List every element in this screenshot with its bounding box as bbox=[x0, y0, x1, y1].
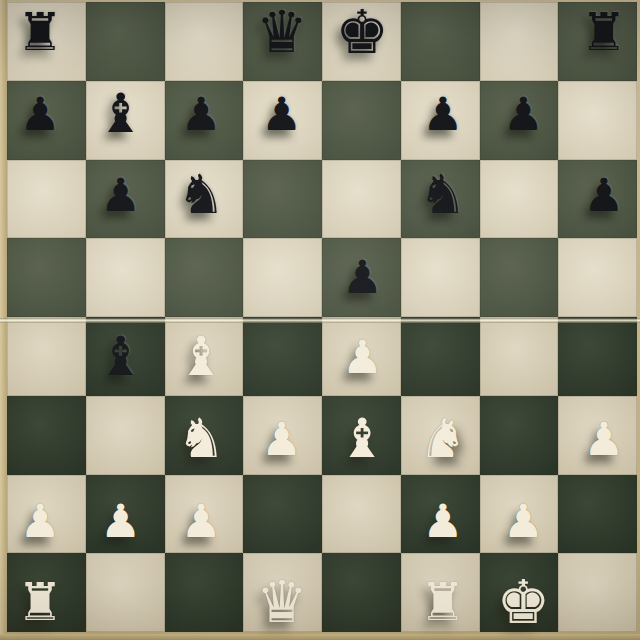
square-a6[interactable] bbox=[7, 160, 86, 239]
square-d7[interactable]: ♟ bbox=[243, 81, 322, 160]
board-fold-seam bbox=[0, 318, 640, 323]
black-rook-h8[interactable]: ♜ bbox=[581, 6, 628, 58]
square-b1[interactable] bbox=[86, 553, 165, 632]
square-c4[interactable]: ♝ bbox=[165, 317, 244, 396]
square-a2[interactable]: ♟ bbox=[7, 475, 86, 554]
square-h1[interactable] bbox=[558, 553, 637, 632]
square-a7[interactable]: ♟ bbox=[7, 81, 86, 160]
square-h2[interactable] bbox=[558, 475, 637, 554]
square-c8[interactable] bbox=[165, 2, 244, 81]
square-d2[interactable] bbox=[243, 475, 322, 554]
square-d1[interactable]: ♛ bbox=[243, 553, 322, 632]
black-pawn-g7[interactable]: ♟ bbox=[503, 91, 544, 137]
white-queen-d1[interactable]: ♛ bbox=[256, 573, 308, 631]
black-bishop-b4[interactable]: ♝ bbox=[96, 331, 144, 385]
square-e2[interactable] bbox=[322, 475, 401, 554]
square-f8[interactable] bbox=[401, 2, 480, 81]
square-b4[interactable]: ♝ bbox=[86, 317, 165, 396]
black-pawn-b6[interactable]: ♟ bbox=[100, 172, 141, 218]
square-h7[interactable] bbox=[558, 81, 637, 160]
white-pawn-e4[interactable]: ♟ bbox=[342, 335, 383, 381]
square-b8[interactable] bbox=[86, 2, 165, 81]
square-e8[interactable]: ♚ bbox=[322, 2, 401, 81]
square-d8[interactable]: ♛ bbox=[243, 2, 322, 81]
square-b5[interactable] bbox=[86, 238, 165, 317]
white-pawn-f2[interactable]: ♟ bbox=[422, 497, 463, 543]
black-pawn-a7[interactable]: ♟ bbox=[19, 91, 60, 137]
square-c2[interactable]: ♟ bbox=[165, 475, 244, 554]
white-king-g1[interactable]: ♚ bbox=[496, 572, 550, 632]
black-king-e8[interactable]: ♚ bbox=[335, 2, 389, 62]
square-g7[interactable]: ♟ bbox=[480, 81, 559, 160]
square-g5[interactable] bbox=[480, 238, 559, 317]
black-pawn-e5[interactable]: ♟ bbox=[342, 253, 383, 299]
square-f2[interactable]: ♟ bbox=[401, 475, 480, 554]
square-g8[interactable] bbox=[480, 2, 559, 81]
white-rook-f1[interactable]: ♜ bbox=[420, 576, 467, 628]
square-g3[interactable] bbox=[480, 396, 559, 475]
square-e4[interactable]: ♟ bbox=[322, 317, 401, 396]
white-pawn-d3[interactable]: ♟ bbox=[261, 416, 302, 462]
square-e1[interactable] bbox=[322, 553, 401, 632]
black-rook-a8[interactable]: ♜ bbox=[17, 6, 64, 58]
square-d3[interactable]: ♟ bbox=[243, 396, 322, 475]
square-f3[interactable]: ♞ bbox=[401, 396, 480, 475]
black-pawn-h6[interactable]: ♟ bbox=[583, 172, 624, 218]
square-c6[interactable]: ♞ bbox=[165, 160, 244, 239]
square-a5[interactable] bbox=[7, 238, 86, 317]
black-bishop-b7[interactable]: ♝ bbox=[96, 87, 144, 141]
white-bishop-e3[interactable]: ♝ bbox=[338, 412, 386, 466]
white-pawn-b2[interactable]: ♟ bbox=[100, 497, 141, 543]
square-g1[interactable]: ♚ bbox=[480, 553, 559, 632]
white-knight-c3[interactable]: ♞ bbox=[177, 412, 225, 466]
square-d4[interactable] bbox=[243, 317, 322, 396]
chess-board: ♜♛♚♜♟♝♟♟♟♟♟♞♞♟♟♝♝♟♞♟♝♞♟♟♟♟♟♟♜♛♜♚ bbox=[7, 2, 637, 632]
white-pawn-c2[interactable]: ♟ bbox=[181, 497, 222, 543]
square-d5[interactable] bbox=[243, 238, 322, 317]
black-pawn-f7[interactable]: ♟ bbox=[422, 91, 463, 137]
black-knight-c6[interactable]: ♞ bbox=[177, 168, 225, 222]
square-d6[interactable] bbox=[243, 160, 322, 239]
square-g4[interactable] bbox=[480, 317, 559, 396]
square-c3[interactable]: ♞ bbox=[165, 396, 244, 475]
black-queen-d8[interactable]: ♛ bbox=[256, 3, 308, 61]
square-f6[interactable]: ♞ bbox=[401, 160, 480, 239]
square-a1[interactable]: ♜ bbox=[7, 553, 86, 632]
square-f4[interactable] bbox=[401, 317, 480, 396]
square-h6[interactable]: ♟ bbox=[558, 160, 637, 239]
square-h5[interactable] bbox=[558, 238, 637, 317]
square-g2[interactable]: ♟ bbox=[480, 475, 559, 554]
square-b7[interactable]: ♝ bbox=[86, 81, 165, 160]
square-h3[interactable]: ♟ bbox=[558, 396, 637, 475]
square-e5[interactable]: ♟ bbox=[322, 238, 401, 317]
square-a8[interactable]: ♜ bbox=[7, 2, 86, 81]
square-f7[interactable]: ♟ bbox=[401, 81, 480, 160]
black-pawn-d7[interactable]: ♟ bbox=[261, 91, 302, 137]
square-a3[interactable] bbox=[7, 396, 86, 475]
white-pawn-h3[interactable]: ♟ bbox=[583, 416, 624, 462]
white-pawn-g2[interactable]: ♟ bbox=[503, 497, 544, 543]
square-h8[interactable]: ♜ bbox=[558, 2, 637, 81]
square-c7[interactable]: ♟ bbox=[165, 81, 244, 160]
square-e6[interactable] bbox=[322, 160, 401, 239]
white-rook-a1[interactable]: ♜ bbox=[17, 576, 64, 628]
square-h4[interactable] bbox=[558, 317, 637, 396]
square-g6[interactable] bbox=[480, 160, 559, 239]
square-f1[interactable]: ♜ bbox=[401, 553, 480, 632]
square-b6[interactable]: ♟ bbox=[86, 160, 165, 239]
black-pawn-c7[interactable]: ♟ bbox=[181, 91, 222, 137]
square-b3[interactable] bbox=[86, 396, 165, 475]
square-e7[interactable] bbox=[322, 81, 401, 160]
white-pawn-a2[interactable]: ♟ bbox=[19, 497, 60, 543]
white-knight-f3[interactable]: ♞ bbox=[419, 412, 467, 466]
square-e3[interactable]: ♝ bbox=[322, 396, 401, 475]
square-c1[interactable] bbox=[165, 553, 244, 632]
black-knight-f6[interactable]: ♞ bbox=[419, 168, 467, 222]
square-b2[interactable]: ♟ bbox=[86, 475, 165, 554]
board-photo: ♜♛♚♜♟♝♟♟♟♟♟♞♞♟♟♝♝♟♞♟♝♞♟♟♟♟♟♟♜♛♜♚ bbox=[0, 0, 640, 640]
white-bishop-c4[interactable]: ♝ bbox=[177, 331, 225, 385]
square-a4[interactable] bbox=[7, 317, 86, 396]
square-c5[interactable] bbox=[165, 238, 244, 317]
square-f5[interactable] bbox=[401, 238, 480, 317]
